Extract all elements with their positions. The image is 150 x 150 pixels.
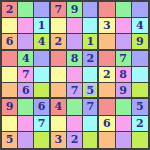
cell-r9c6[interactable] [83,132,99,148]
cell-r5c1[interactable] [2,67,18,83]
cell-r9c5[interactable]: 2 [67,132,83,148]
cell-r3c4[interactable]: 2 [51,34,67,50]
cell-r8c1[interactable] [2,116,18,132]
cell-r3c1[interactable]: 6 [2,34,18,50]
cell-r1c2[interactable] [18,2,34,18]
cell-r8c9[interactable]: 2 [132,116,148,132]
cell-r7c8[interactable] [116,99,132,115]
cell-r4c5[interactable]: 8 [67,51,83,67]
cell-r6c6[interactable]: 5 [83,83,99,99]
cell-r5c8[interactable]: 8 [116,67,132,83]
cell-r4c4[interactable] [51,51,67,67]
cell-r1c3[interactable] [34,2,50,18]
cell-r1c1[interactable]: 2 [2,2,18,18]
cell-r6c5[interactable]: 7 [67,83,83,99]
cell-r8c6[interactable] [83,116,99,132]
cell-r8c4[interactable] [51,116,67,132]
cell-r9c7[interactable] [99,132,115,148]
cell-r5c4[interactable] [51,67,67,83]
cell-r2c7[interactable]: 3 [99,18,115,34]
cell-r8c5[interactable] [67,116,83,132]
cell-r4c2[interactable]: 4 [18,51,34,67]
cell-r7c3[interactable]: 6 [34,99,50,115]
cell-r3c8[interactable] [116,34,132,50]
cell-r3c2[interactable] [18,34,34,50]
cell-r7c1[interactable]: 9 [2,99,18,115]
cell-r5c3[interactable] [34,67,50,83]
cell-r6c8[interactable]: 9 [116,83,132,99]
cell-r8c3[interactable]: 7 [34,116,50,132]
cell-r4c1[interactable] [2,51,18,67]
cell-r6c4[interactable] [51,83,67,99]
cell-r2c1[interactable] [2,18,18,34]
cell-r7c2[interactable] [18,99,34,115]
cell-r1c4[interactable]: 7 [51,2,67,18]
cell-r2c3[interactable]: 1 [34,18,50,34]
cell-r5c7[interactable]: 2 [99,67,115,83]
cell-r9c1[interactable]: 5 [2,132,18,148]
cell-r2c8[interactable] [116,18,132,34]
cell-r1c6[interactable] [83,2,99,18]
cell-r9c8[interactable] [116,132,132,148]
cell-r7c6[interactable]: 7 [83,99,99,115]
cell-r2c5[interactable] [67,18,83,34]
cell-r6c9[interactable] [132,83,148,99]
cell-r2c6[interactable] [83,18,99,34]
cell-r9c3[interactable] [34,132,50,148]
cell-r8c8[interactable] [116,116,132,132]
cell-r1c7[interactable] [99,2,115,18]
highlighted-digit: 5 [85,84,96,96]
cell-r1c8[interactable] [116,2,132,18]
cell-r5c6[interactable] [83,67,99,83]
cell-r9c2[interactable] [18,132,34,148]
cell-r4c8[interactable]: 7 [116,51,132,67]
cell-r5c9[interactable] [132,67,148,83]
cell-r7c4[interactable]: 4 [51,99,67,115]
cell-r3c5[interactable] [67,34,83,50]
cell-r9c9[interactable] [132,132,148,148]
cell-r8c7[interactable]: 6 [99,116,115,132]
cell-r3c9[interactable]: 9 [132,34,148,50]
screen: 279134642194827728675996475762532 [0,0,150,150]
cell-r1c9[interactable] [132,2,148,18]
cell-r2c2[interactable] [18,18,34,34]
sudoku-board: 279134642194827728675996475762532 [0,0,150,150]
cell-r4c9[interactable] [132,51,148,67]
cell-r7c7[interactable] [99,99,115,115]
cell-r4c7[interactable] [99,51,115,67]
cell-r6c7[interactable] [99,83,115,99]
cell-r5c2[interactable]: 7 [18,67,34,83]
cell-r4c3[interactable] [34,51,50,67]
cell-r5c5[interactable] [67,67,83,83]
cell-r9c4[interactable]: 3 [51,132,67,148]
cell-r1c5[interactable]: 9 [67,2,83,18]
cell-r3c7[interactable] [99,34,115,50]
cell-r2c4[interactable] [51,18,67,34]
cell-r7c9[interactable]: 5 [132,99,148,115]
cell-r6c1[interactable] [2,83,18,99]
cell-r3c6[interactable]: 1 [83,34,99,50]
cell-r3c3[interactable]: 4 [34,34,50,50]
cell-r7c5[interactable] [67,99,83,115]
cell-r8c2[interactable] [18,116,34,132]
cell-r6c3[interactable] [34,83,50,99]
cell-r2c9[interactable]: 4 [132,18,148,34]
cell-r4c6[interactable]: 2 [83,51,99,67]
cell-r6c2[interactable]: 6 [18,83,34,99]
